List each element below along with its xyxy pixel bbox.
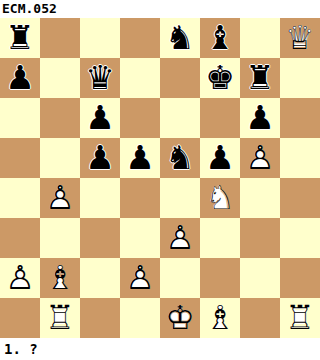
square-h7[interactable] <box>280 58 320 98</box>
square-h8[interactable]: ♛♕ <box>280 18 320 58</box>
square-c4[interactable] <box>80 178 120 218</box>
square-f2[interactable] <box>200 258 240 298</box>
square-f7[interactable]: ♚ <box>200 58 240 98</box>
square-a4[interactable] <box>0 178 40 218</box>
square-c1[interactable] <box>80 298 120 338</box>
square-e3[interactable]: ♟♙ <box>160 218 200 258</box>
diagram-title: ECM.052 <box>2 0 57 17</box>
square-c3[interactable] <box>80 218 120 258</box>
piece-black-bishop: ♝ <box>200 18 240 58</box>
square-c7[interactable]: ♛ <box>80 58 120 98</box>
square-b2[interactable]: ♝♗ <box>40 258 80 298</box>
square-d3[interactable] <box>120 218 160 258</box>
piece-white-pawn: ♟♙ <box>40 178 80 218</box>
square-b8[interactable] <box>40 18 80 58</box>
square-g3[interactable] <box>240 218 280 258</box>
square-b7[interactable] <box>40 58 80 98</box>
square-f5[interactable]: ♟ <box>200 138 240 178</box>
square-a3[interactable] <box>0 218 40 258</box>
piece-white-rook: ♜♖ <box>40 298 80 338</box>
piece-outline-layer: ♕ <box>280 18 320 58</box>
square-d1[interactable] <box>120 298 160 338</box>
chess-board: ♜♞♝♛♕♟♛♚♜♟♟♟♟♞♟♟♙♟♙♞♘♟♙♟♙♝♗♟♙♜♖♚♔♝♗♜♖ <box>0 18 320 338</box>
piece-white-pawn: ♟♙ <box>160 218 200 258</box>
square-d7[interactable] <box>120 58 160 98</box>
square-a8[interactable]: ♜ <box>0 18 40 58</box>
piece-black-pawn: ♟ <box>120 138 160 178</box>
piece-black-king: ♚ <box>200 58 240 98</box>
square-e8[interactable]: ♞ <box>160 18 200 58</box>
move-prompt: 1. ? <box>4 340 38 358</box>
square-c2[interactable] <box>80 258 120 298</box>
square-b4[interactable]: ♟♙ <box>40 178 80 218</box>
piece-black-pawn: ♟ <box>240 98 280 138</box>
square-e6[interactable] <box>160 98 200 138</box>
chess-diagram-page: ECM.052 ♜♞♝♛♕♟♛♚♜♟♟♟♟♞♟♟♙♟♙♞♘♟♙♟♙♝♗♟♙♜♖♚… <box>0 0 320 360</box>
piece-outline-layer: ♖ <box>40 298 80 338</box>
square-f3[interactable] <box>200 218 240 258</box>
piece-white-knight: ♞♘ <box>200 178 240 218</box>
square-h4[interactable] <box>280 178 320 218</box>
square-f4[interactable]: ♞♘ <box>200 178 240 218</box>
square-d8[interactable] <box>120 18 160 58</box>
square-e2[interactable] <box>160 258 200 298</box>
square-e4[interactable] <box>160 178 200 218</box>
piece-white-bishop: ♝♗ <box>200 298 240 338</box>
piece-black-pawn: ♟ <box>200 138 240 178</box>
square-g5[interactable]: ♟♙ <box>240 138 280 178</box>
piece-black-queen: ♛ <box>80 58 120 98</box>
square-g2[interactable] <box>240 258 280 298</box>
square-f1[interactable]: ♝♗ <box>200 298 240 338</box>
square-c5[interactable]: ♟ <box>80 138 120 178</box>
square-d5[interactable]: ♟ <box>120 138 160 178</box>
piece-white-pawn: ♟♙ <box>240 138 280 178</box>
square-c8[interactable] <box>80 18 120 58</box>
square-b1[interactable]: ♜♖ <box>40 298 80 338</box>
piece-outline-layer: ♙ <box>240 138 280 178</box>
square-g4[interactable] <box>240 178 280 218</box>
square-g8[interactable] <box>240 18 280 58</box>
piece-outline-layer: ♙ <box>0 258 40 298</box>
square-a7[interactable]: ♟ <box>0 58 40 98</box>
piece-black-knight: ♞ <box>160 18 200 58</box>
square-c6[interactable]: ♟ <box>80 98 120 138</box>
piece-outline-layer: ♗ <box>40 258 80 298</box>
square-g6[interactable]: ♟ <box>240 98 280 138</box>
square-f8[interactable]: ♝ <box>200 18 240 58</box>
square-h1[interactable]: ♜♖ <box>280 298 320 338</box>
square-h5[interactable] <box>280 138 320 178</box>
piece-white-rook: ♜♖ <box>280 298 320 338</box>
piece-white-queen: ♛♕ <box>280 18 320 58</box>
piece-outline-layer: ♖ <box>280 298 320 338</box>
square-g1[interactable] <box>240 298 280 338</box>
square-a5[interactable] <box>0 138 40 178</box>
square-a6[interactable] <box>0 98 40 138</box>
square-h3[interactable] <box>280 218 320 258</box>
square-h2[interactable] <box>280 258 320 298</box>
square-h6[interactable] <box>280 98 320 138</box>
square-b6[interactable] <box>40 98 80 138</box>
piece-white-pawn: ♟♙ <box>120 258 160 298</box>
piece-outline-layer: ♘ <box>200 178 240 218</box>
square-f6[interactable] <box>200 98 240 138</box>
square-a1[interactable] <box>0 298 40 338</box>
piece-outline-layer: ♗ <box>200 298 240 338</box>
piece-outline-layer: ♔ <box>160 298 200 338</box>
piece-white-bishop: ♝♗ <box>40 258 80 298</box>
square-b5[interactable] <box>40 138 80 178</box>
piece-black-pawn: ♟ <box>80 138 120 178</box>
square-d4[interactable] <box>120 178 160 218</box>
square-g7[interactable]: ♜ <box>240 58 280 98</box>
piece-outline-layer: ♙ <box>160 218 200 258</box>
square-b3[interactable] <box>40 218 80 258</box>
piece-black-knight: ♞ <box>160 138 200 178</box>
piece-black-pawn: ♟ <box>80 98 120 138</box>
square-d6[interactable] <box>120 98 160 138</box>
square-e5[interactable]: ♞ <box>160 138 200 178</box>
piece-black-pawn: ♟ <box>0 58 40 98</box>
piece-white-pawn: ♟♙ <box>0 258 40 298</box>
piece-outline-layer: ♙ <box>40 178 80 218</box>
square-d2[interactable]: ♟♙ <box>120 258 160 298</box>
piece-black-rook: ♜ <box>240 58 280 98</box>
piece-black-rook: ♜ <box>0 18 40 58</box>
piece-outline-layer: ♙ <box>120 258 160 298</box>
square-e1[interactable]: ♚♔ <box>160 298 200 338</box>
square-a2[interactable]: ♟♙ <box>0 258 40 298</box>
square-e7[interactable] <box>160 58 200 98</box>
piece-white-king: ♚♔ <box>160 298 200 338</box>
